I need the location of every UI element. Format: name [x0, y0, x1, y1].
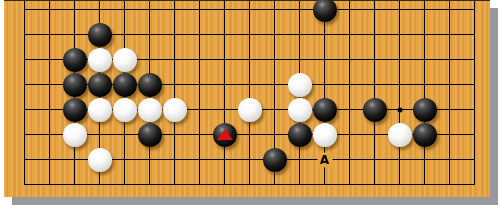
- black-stone-c5: [63, 73, 87, 97]
- grid-horizontal-line: [24, 9, 475, 10]
- black-stone-r3: [413, 123, 437, 147]
- grid-vertical-line: [174, 1, 175, 185]
- black-stone-n4: [313, 98, 337, 122]
- grid-vertical-line: [349, 1, 350, 185]
- black-stone-m3: [288, 123, 312, 147]
- black-stone-c4: [63, 98, 87, 122]
- black-stone-e5: [113, 73, 137, 97]
- white-stone-q3: [388, 123, 412, 147]
- grid-vertical-line: [374, 1, 375, 185]
- white-stone-m4: [288, 98, 312, 122]
- white-stone-f4: [138, 98, 162, 122]
- black-stone-r4: [413, 98, 437, 122]
- black-stone-d7: [88, 23, 112, 47]
- white-stone-g4: [163, 98, 187, 122]
- grid-vertical-line: [399, 1, 400, 185]
- grid-vertical-line: [24, 1, 25, 185]
- white-stone-e6: [113, 48, 137, 72]
- grid-horizontal-line: [24, 184, 475, 185]
- white-stone-n3: [313, 123, 337, 147]
- black-stone-l2: [263, 148, 287, 172]
- white-stone-c3: [63, 123, 87, 147]
- grid-vertical-line: [474, 1, 475, 185]
- grid-vertical-line: [199, 1, 200, 185]
- black-stone-f5: [138, 73, 162, 97]
- point-label-a: A: [317, 152, 332, 167]
- black-stone-d5: [88, 73, 112, 97]
- grid-vertical-line: [449, 1, 450, 185]
- black-stone-n8: [313, 0, 337, 22]
- white-stone-k4: [238, 98, 262, 122]
- star-point: [397, 107, 402, 112]
- screenshot-root: A: [0, 0, 500, 210]
- black-stone-j3: [213, 123, 237, 147]
- black-stone-c6: [63, 48, 87, 72]
- grid-vertical-line: [224, 1, 225, 185]
- black-stone-f3: [138, 123, 162, 147]
- white-stone-d4: [88, 98, 112, 122]
- white-stone-m5: [288, 73, 312, 97]
- white-stone-d2: [88, 148, 112, 172]
- black-stone-p4: [363, 98, 387, 122]
- white-stone-e4: [113, 98, 137, 122]
- triangle-marker-icon: [217, 129, 233, 140]
- grid-vertical-line: [249, 1, 250, 185]
- grid-vertical-line: [424, 1, 425, 185]
- grid-vertical-line: [49, 1, 50, 185]
- go-board[interactable]: A: [4, 0, 490, 197]
- white-stone-d6: [88, 48, 112, 72]
